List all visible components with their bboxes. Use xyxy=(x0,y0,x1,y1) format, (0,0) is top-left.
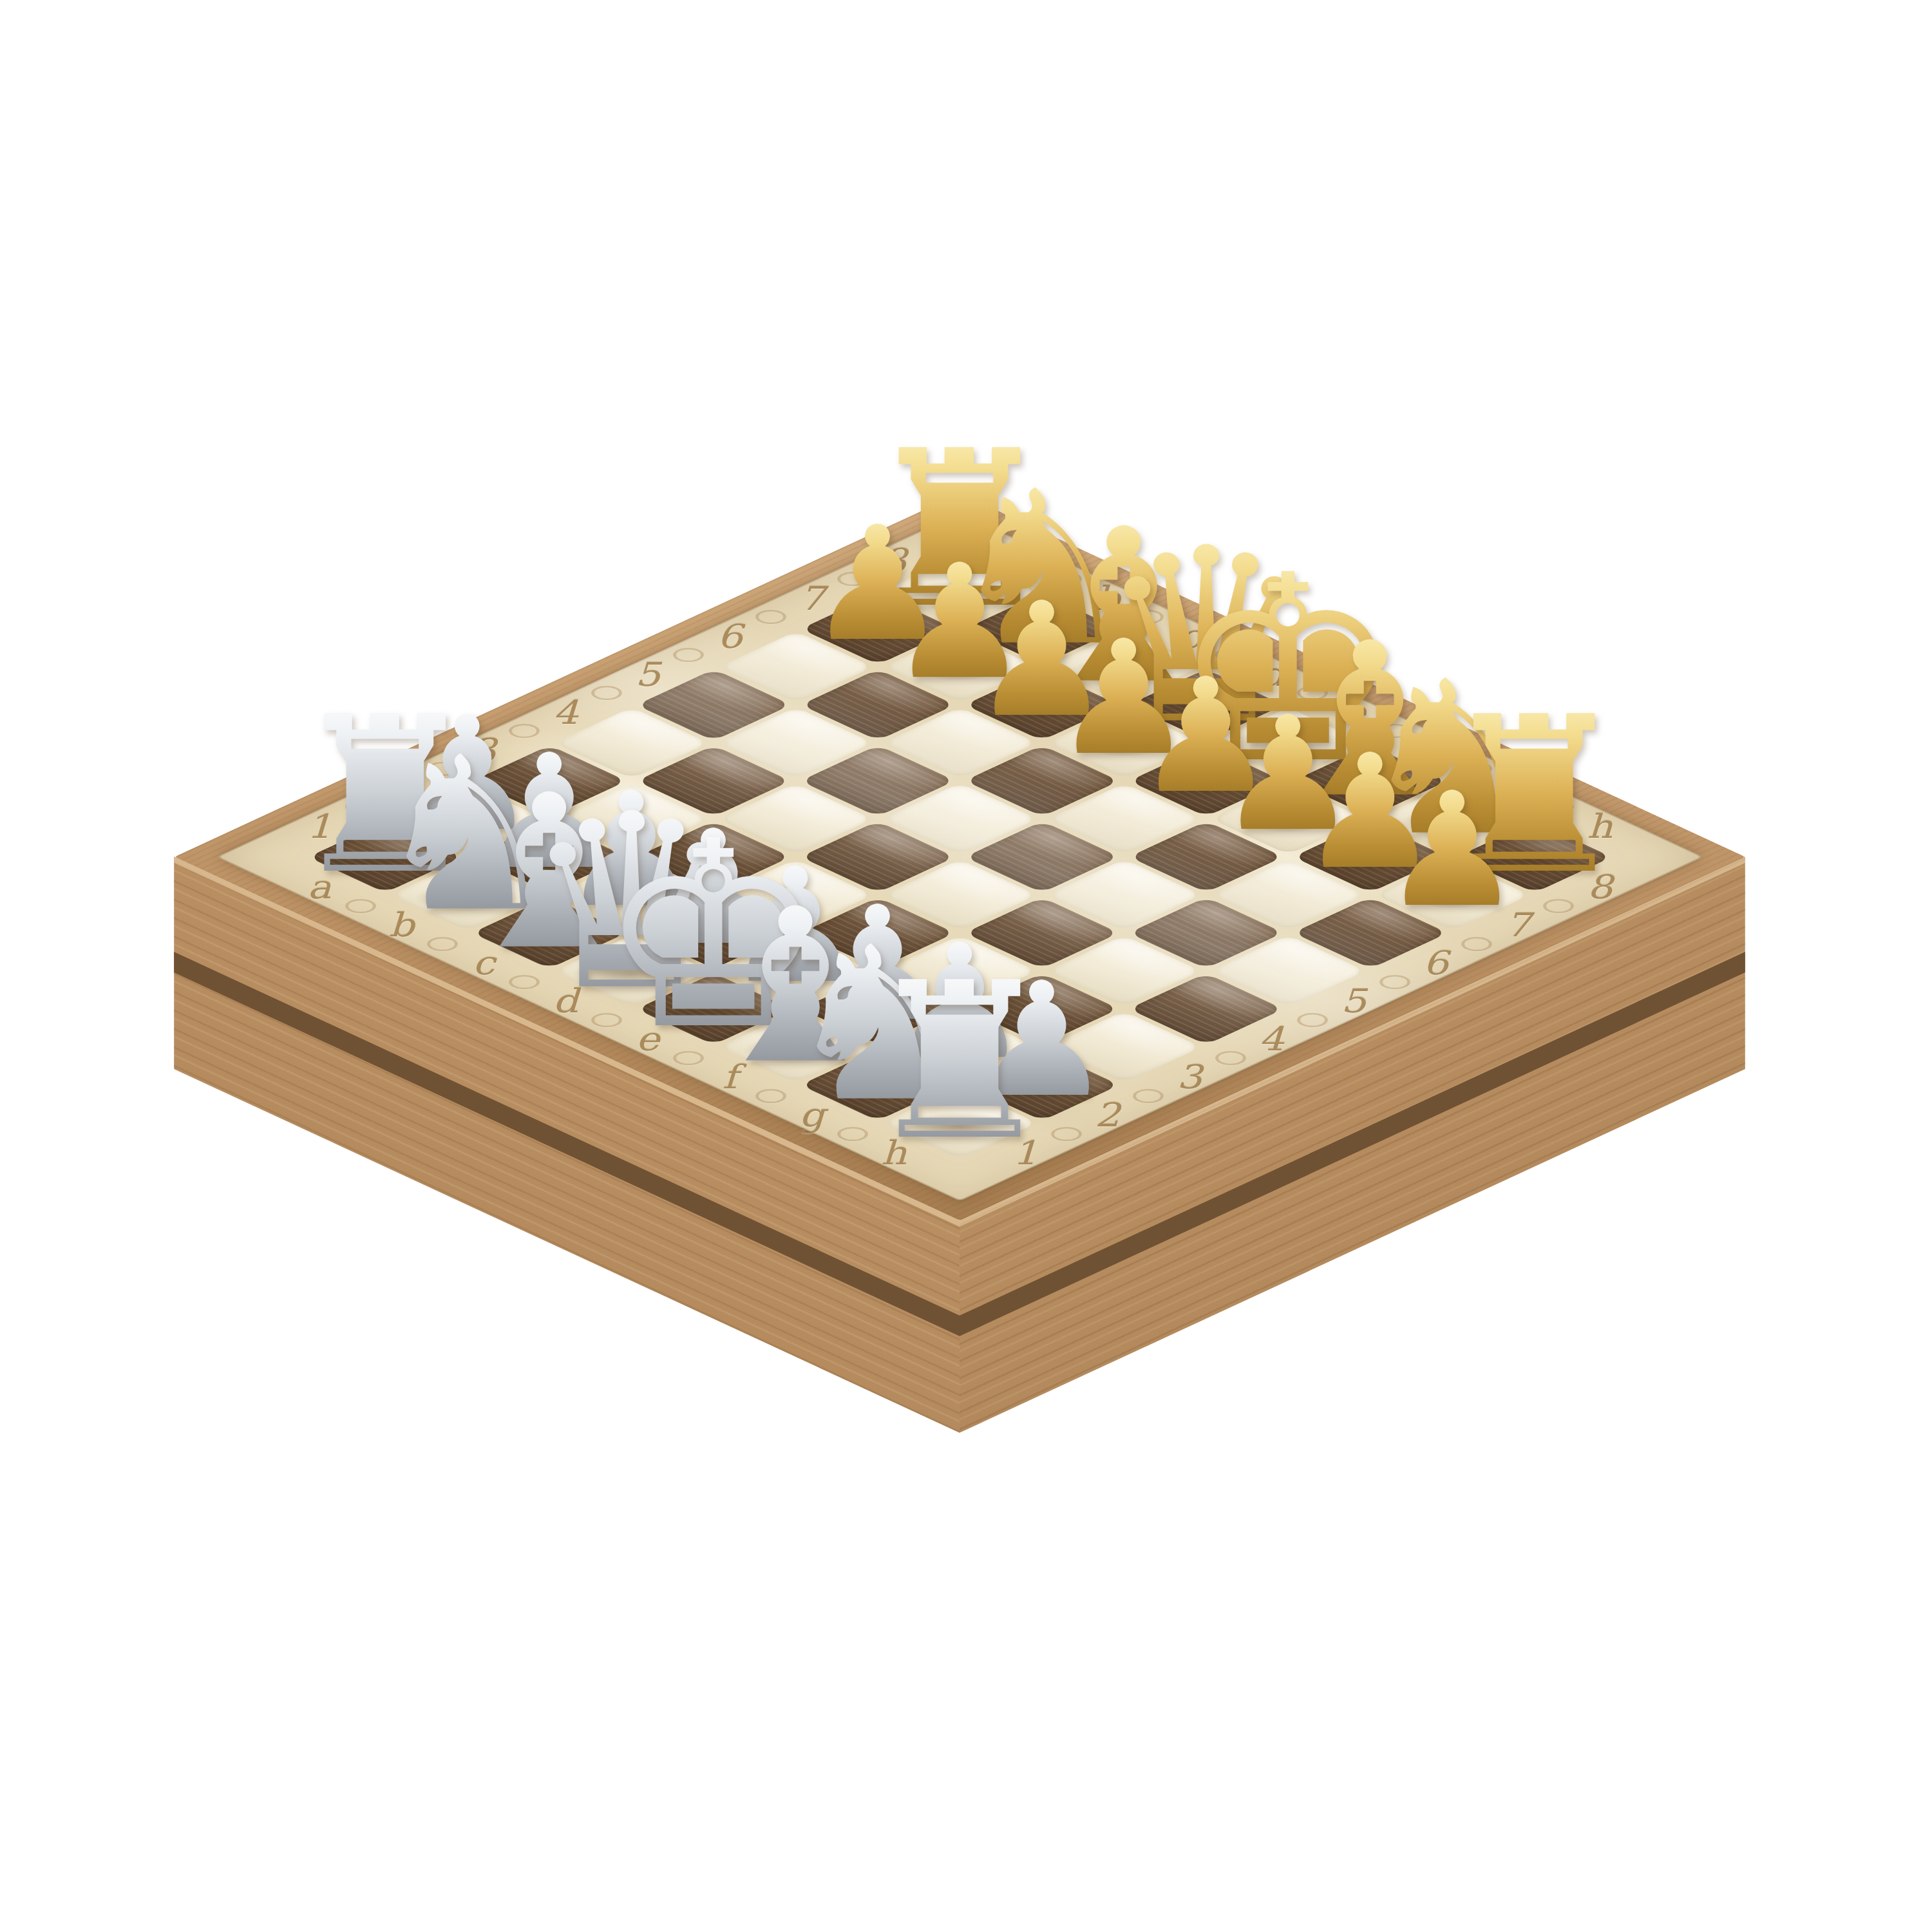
piece-white-rook-h1[interactable]: ♜ xyxy=(863,954,1056,1170)
piece-black-pawn-h7[interactable]: ♟ xyxy=(1381,772,1523,929)
chess-set-scene: aabbccddeeffgghh1122334455667788 ♜♞♝♛♚♝♞… xyxy=(0,0,1932,1932)
pieces-layer: ♜♞♝♛♚♝♞♜♟♟♟♟♟♟♟♟♟♟♟♟♟♟♟♟♜♞♝♛♚♝♞♜ xyxy=(0,0,1932,1932)
